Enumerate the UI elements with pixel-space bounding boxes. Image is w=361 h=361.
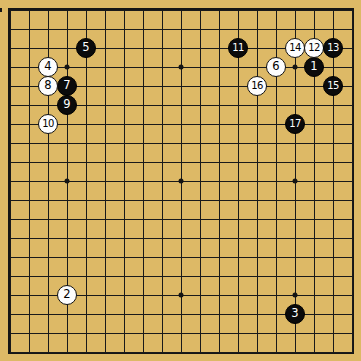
star-point (293, 179, 298, 184)
stone-white-10: 10 (38, 114, 58, 134)
star-point (65, 65, 70, 70)
star-point (65, 179, 70, 184)
stone-black-1: 1 (304, 57, 324, 77)
stone-black-13: 13 (323, 38, 343, 58)
stone-black-7: 7 (57, 76, 77, 96)
edge-artifact (0, 8, 2, 12)
stone-black-5: 5 (76, 38, 96, 58)
star-point (293, 293, 298, 298)
stone-white-2: 2 (57, 285, 77, 305)
stone-black-15: 15 (323, 76, 343, 96)
go-board-diagram: 1234567891011121314151617 (0, 0, 361, 361)
star-point (179, 65, 184, 70)
star-point (179, 179, 184, 184)
stone-black-9: 9 (57, 95, 77, 115)
star-point (179, 293, 184, 298)
stone-white-16: 16 (247, 76, 267, 96)
stone-black-11: 11 (228, 38, 248, 58)
stone-white-12: 12 (304, 38, 324, 58)
stone-white-8: 8 (38, 76, 58, 96)
star-point (293, 65, 298, 70)
stone-black-3: 3 (285, 304, 305, 324)
stone-white-6: 6 (266, 57, 286, 77)
stone-white-14: 14 (285, 38, 305, 58)
stone-white-4: 4 (38, 57, 58, 77)
stone-black-17: 17 (285, 114, 305, 134)
